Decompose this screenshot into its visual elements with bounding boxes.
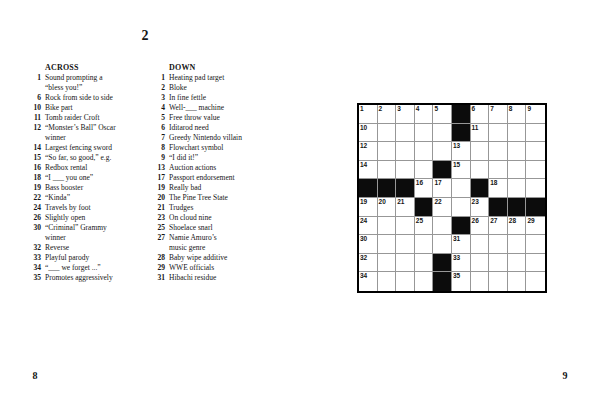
clue-number: 6 (28, 93, 45, 103)
clue-text: Slightly open (45, 213, 148, 223)
down-clue-3: 3In fine fettle (152, 93, 274, 103)
clue-text: “Kinda” (45, 193, 148, 203)
cell-number: 3 (397, 105, 401, 113)
clue-text: “I ___ you one” (45, 173, 148, 183)
cell-number: 11 (472, 124, 479, 132)
grid-cell[interactable] (526, 235, 545, 254)
clue-text: “So far, so good,” e.g. (45, 153, 148, 163)
grid-cell[interactable]: 16 (415, 179, 434, 198)
across-clue-11: 11Tomb raider Croft (28, 113, 148, 123)
cell-number: 26 (472, 217, 479, 225)
cell-number: 22 (434, 198, 441, 206)
across-clue-12: 12“Monster’s Ball” Oscarwinner (28, 123, 148, 143)
page-number-left: 8 (26, 370, 44, 381)
grid-cell[interactable] (526, 161, 545, 180)
grid-cell[interactable]: 14 (359, 161, 378, 180)
down-clue-7: 7Greedy Nintendo villain (152, 133, 274, 143)
grid-cell[interactable] (415, 124, 434, 143)
grid-cell-black (489, 198, 508, 217)
clue-text: Sound prompting a“bless you!” (45, 73, 148, 93)
grid-cell[interactable]: 9 (526, 105, 545, 124)
down-clue-17: 17Passport endorsement (152, 173, 274, 183)
clue-text: Reverse (45, 243, 148, 253)
grid-cell-black (359, 179, 378, 198)
cell-number: 7 (490, 105, 494, 113)
down-clue-25: 25Shoelace snarl (152, 223, 274, 233)
grid-cell[interactable] (433, 124, 452, 143)
down-clue-23: 23On cloud nine (152, 213, 274, 223)
grid-cell[interactable] (471, 161, 490, 180)
clue-number: 34 (28, 263, 45, 273)
down-clue-20: 20The Pine Tree State (152, 193, 274, 203)
grid-cell[interactable]: 5 (433, 105, 452, 124)
clue-text: Passport endorsement (169, 173, 274, 183)
clue-number: 30 (28, 223, 45, 243)
grid-cell-black (433, 254, 452, 273)
clue-number: 27 (152, 233, 169, 253)
clue-text: “___ we forget ...” (45, 263, 148, 273)
grid-cell[interactable] (508, 124, 527, 143)
clue-text: Free throw value (169, 113, 274, 123)
cell-number: 10 (360, 124, 367, 132)
grid-cell[interactable]: 28 (508, 217, 527, 236)
clue-number: 16 (28, 163, 45, 173)
down-clue-5: 5Free throw value (152, 113, 274, 123)
grid-cell[interactable] (396, 235, 415, 254)
clue-number: 19 (28, 183, 45, 193)
clue-number: 1 (28, 73, 45, 93)
clue-number: 8 (152, 143, 169, 153)
clue-number: 5 (152, 113, 169, 123)
grid-cell[interactable] (471, 235, 490, 254)
cell-number: 25 (416, 217, 423, 225)
clue-number: 10 (28, 103, 45, 113)
cell-number: 30 (360, 235, 367, 243)
grid-cell[interactable]: 18 (489, 179, 508, 198)
grid-cell[interactable]: 26 (471, 217, 490, 236)
grid-cell-black (526, 198, 545, 217)
clue-text: “Monster’s Ball” Oscarwinner (45, 123, 148, 143)
cell-number: 9 (527, 105, 531, 113)
clue-number: 13 (152, 163, 169, 173)
across-clue-35: 35Promotes aggressively (28, 273, 148, 283)
grid-cell[interactable]: 35 (452, 272, 471, 291)
clue-text: Iditarod need (169, 123, 274, 133)
cell-number: 23 (472, 198, 479, 206)
clue-text: Travels by foot (45, 203, 148, 213)
grid-cell[interactable] (378, 217, 397, 236)
cell-number: 6 (472, 105, 476, 113)
grid-cell[interactable]: 23 (471, 198, 490, 217)
grid-cell[interactable] (378, 235, 397, 254)
clue-text: Auction actions (169, 163, 274, 173)
across-clue-30: 30“Criminal” Grammywinner (28, 223, 148, 243)
clue-number: 22 (28, 193, 45, 203)
grid-cell-black (452, 124, 471, 143)
down-clue-28: 28Baby wipe additive (152, 253, 274, 263)
grid-cell[interactable] (396, 142, 415, 161)
clue-text: In fine fettle (169, 93, 274, 103)
across-clue-10: 10Bike part (28, 103, 148, 113)
grid-cell[interactable]: 15 (452, 161, 471, 180)
clue-text: Flowchart symbol (169, 143, 274, 153)
clue-number: 21 (152, 203, 169, 213)
grid-cell[interactable]: 20 (378, 198, 397, 217)
grid-cell[interactable]: 1 (359, 105, 378, 124)
grid-cell[interactable] (471, 272, 490, 291)
grid-cell[interactable]: 27 (489, 217, 508, 236)
across-clue-15: 15“So far, so good,” e.g. (28, 153, 148, 163)
clue-text: “Criminal” Grammywinner (45, 223, 148, 243)
down-clue-13: 13Auction actions (152, 163, 274, 173)
clue-number: 24 (28, 203, 45, 213)
down-clue-2: 2Bloke (152, 83, 274, 93)
clue-number: 15 (28, 153, 45, 163)
grid-cell[interactable] (508, 161, 527, 180)
clue-number: 19 (152, 183, 169, 193)
grid-cell[interactable]: 10 (359, 124, 378, 143)
clue-number: 29 (152, 263, 169, 273)
grid-cell[interactable] (508, 254, 527, 273)
clue-number: 2 (152, 83, 169, 93)
grid-cell[interactable] (526, 179, 545, 198)
cell-number: 19 (360, 198, 367, 206)
cell-number: 16 (416, 179, 423, 187)
clue-text: Hibachi residue (169, 273, 274, 283)
crossword-grid: 1234567891011121314151617181920212223242… (357, 103, 547, 293)
clue-text: Bass booster (45, 183, 148, 193)
clue-number: 12 (28, 123, 45, 143)
grid-cell[interactable]: 32 (359, 254, 378, 273)
cell-number: 5 (434, 105, 438, 113)
page-number-right: 9 (556, 370, 574, 381)
down-clues: 1Heating pad target2Bloke3In fine fettle… (152, 73, 274, 283)
grid-cell[interactable] (489, 124, 508, 143)
across-clue-1: 1Sound prompting a“bless you!” (28, 73, 148, 93)
clue-text: Tomb raider Croft (45, 113, 148, 123)
across-clue-33: 33Playful parody (28, 253, 148, 263)
cell-number: 21 (397, 198, 404, 206)
cell-number: 14 (360, 161, 367, 169)
cell-number: 17 (434, 179, 441, 187)
across-clue-list: ACROSS 1Sound prompting a“bless you!”6Ro… (28, 63, 148, 283)
grid-cell[interactable] (396, 161, 415, 180)
grid-cell[interactable] (508, 272, 527, 291)
grid-cell[interactable] (508, 142, 527, 161)
down-header: DOWN (169, 63, 274, 73)
cell-number: 8 (509, 105, 513, 113)
clue-text: Largest fencing sword (45, 143, 148, 153)
cell-number: 34 (360, 272, 367, 280)
cell-number: 4 (416, 105, 420, 113)
grid-cell[interactable]: 12 (359, 142, 378, 161)
grid-cell[interactable] (526, 124, 545, 143)
clue-text: Shoelace snarl (169, 223, 274, 233)
cell-number: 2 (379, 105, 383, 113)
puzzle-number: 2 (132, 28, 158, 44)
grid-cell[interactable] (489, 161, 508, 180)
down-clue-list: DOWN 1Heating pad target2Bloke3In fine f… (152, 63, 274, 283)
grid-cell[interactable] (396, 272, 415, 291)
clue-text: On cloud nine (169, 213, 274, 223)
across-clue-16: 16Redbox rental (28, 163, 148, 173)
grid-cell[interactable] (415, 254, 434, 273)
clue-number: 20 (152, 193, 169, 203)
grid-cell[interactable]: 29 (526, 217, 545, 236)
grid-cell[interactable] (378, 254, 397, 273)
down-clue-31: 31Hibachi residue (152, 273, 274, 283)
grid-cell[interactable]: 4 (415, 105, 434, 124)
grid-cell[interactable]: 25 (415, 217, 434, 236)
grid-cell[interactable] (433, 142, 452, 161)
cell-number: 13 (453, 142, 460, 150)
grid-cell[interactable]: 11 (471, 124, 490, 143)
clue-number: 25 (152, 223, 169, 233)
grid-cell[interactable] (489, 235, 508, 254)
grid-cell-black (415, 198, 434, 217)
clue-text: Promotes aggressively (45, 273, 148, 283)
clue-number: 6 (152, 123, 169, 133)
across-clues: 1Sound prompting a“bless you!”6Rock from… (28, 73, 148, 283)
grid-cell[interactable]: 30 (359, 235, 378, 254)
cell-number: 33 (453, 254, 460, 262)
cell-number: 12 (360, 142, 367, 150)
cell-number: 35 (453, 272, 460, 280)
grid-cell[interactable]: 24 (359, 217, 378, 236)
clue-number: 28 (152, 253, 169, 263)
cell-number: 32 (360, 254, 367, 262)
across-clue-22: 22“Kinda” (28, 193, 148, 203)
clue-number: 31 (152, 273, 169, 283)
down-clue-9: 9“I did it!” (152, 153, 274, 163)
grid-cell[interactable]: 31 (452, 235, 471, 254)
grid-cell[interactable]: 13 (452, 142, 471, 161)
clue-text: Rock from side to side (45, 93, 148, 103)
down-clue-1: 1Heating pad target (152, 73, 274, 83)
across-clue-26: 26Slightly open (28, 213, 148, 223)
grid-cell-black (433, 272, 452, 291)
grid-cell[interactable] (526, 254, 545, 273)
grid-cell[interactable]: 2 (378, 105, 397, 124)
grid-cell-black (433, 161, 452, 180)
grid-cell[interactable]: 19 (359, 198, 378, 217)
grid-cell[interactable]: 3 (396, 105, 415, 124)
clue-number: 3 (152, 93, 169, 103)
clue-text: Namie Amuro’smusic genre (169, 233, 274, 253)
grid-cell[interactable]: 33 (452, 254, 471, 273)
grid-cell[interactable] (378, 124, 397, 143)
down-clue-4: 4Well-___ machine (152, 103, 274, 113)
grid-cell[interactable] (433, 217, 452, 236)
grid-cell[interactable] (452, 198, 471, 217)
grid-cell[interactable] (415, 272, 434, 291)
grid-cell[interactable] (526, 272, 545, 291)
cell-number: 24 (360, 217, 367, 225)
across-header: ACROSS (45, 63, 148, 73)
grid-cell[interactable] (396, 254, 415, 273)
cell-number: 18 (490, 179, 497, 187)
grid-cell[interactable]: 21 (396, 198, 415, 217)
down-clue-6: 6Iditarod need (152, 123, 274, 133)
down-clue-27: 27Namie Amuro’smusic genre (152, 233, 274, 253)
clue-text: Redbox rental (45, 163, 148, 173)
clue-text: Well-___ machine (169, 103, 274, 113)
cell-number: 20 (379, 198, 386, 206)
clue-text: Bloke (169, 83, 274, 93)
grid-cell[interactable] (489, 272, 508, 291)
grid-cell[interactable] (526, 142, 545, 161)
clue-number: 9 (152, 153, 169, 163)
grid-cell[interactable]: 8 (508, 105, 527, 124)
clue-text: WWE officials (169, 263, 274, 273)
clue-text: Really bad (169, 183, 274, 193)
grid-cell-black (452, 217, 471, 236)
grid-cell-black (396, 179, 415, 198)
clue-number: 14 (28, 143, 45, 153)
grid-cell-black (471, 179, 490, 198)
grid-cell[interactable] (378, 161, 397, 180)
grid-cell[interactable] (471, 254, 490, 273)
grid-cell-black (452, 105, 471, 124)
clue-number: 26 (28, 213, 45, 223)
clue-text: Greedy Nintendo villain (169, 133, 274, 143)
grid-cell[interactable]: 34 (359, 272, 378, 291)
down-clue-19: 19Really bad (152, 183, 274, 193)
clue-text: Baby wipe additive (169, 253, 274, 263)
clue-number: 33 (28, 253, 45, 263)
cell-number: 29 (527, 217, 534, 225)
across-clue-24: 24Travels by foot (28, 203, 148, 213)
clue-number: 1 (152, 73, 169, 83)
grid-cell[interactable] (415, 142, 434, 161)
clue-number: 7 (152, 133, 169, 143)
grid-cell[interactable] (508, 235, 527, 254)
clue-number: 17 (152, 173, 169, 183)
across-clue-18: 18“I ___ you one” (28, 173, 148, 183)
grid-cell[interactable] (378, 142, 397, 161)
grid-cell[interactable] (396, 124, 415, 143)
grid-cell[interactable] (433, 235, 452, 254)
clue-text: “I did it!” (169, 153, 274, 163)
clue-number: 11 (28, 113, 45, 123)
clue-number: 23 (152, 213, 169, 223)
grid-cell-black (508, 198, 527, 217)
down-clue-21: 21Trudges (152, 203, 274, 213)
grid-cell[interactable] (415, 235, 434, 254)
across-clue-32: 32Reverse (28, 243, 148, 253)
grid-cell[interactable] (471, 142, 490, 161)
grid-cell[interactable]: 17 (433, 179, 452, 198)
cell-number: 1 (360, 105, 364, 113)
grid-cell[interactable] (452, 179, 471, 198)
grid-cell[interactable] (396, 217, 415, 236)
grid-cell[interactable] (489, 142, 508, 161)
clue-text: Bike part (45, 103, 148, 113)
across-clue-19: 19Bass booster (28, 183, 148, 193)
across-clue-6: 6Rock from side to side (28, 93, 148, 103)
cell-number: 31 (453, 235, 460, 243)
clue-text: The Pine Tree State (169, 193, 274, 203)
grid-cell[interactable] (378, 272, 397, 291)
clue-text: Trudges (169, 203, 274, 213)
grid-cell[interactable]: 6 (471, 105, 490, 124)
clue-number: 18 (28, 173, 45, 183)
clue-number: 4 (152, 103, 169, 113)
clue-number: 32 (28, 243, 45, 253)
grid-cell-black (378, 179, 397, 198)
cell-number: 15 (453, 161, 460, 169)
grid-cell[interactable] (489, 254, 508, 273)
cell-number: 27 (490, 217, 497, 225)
grid-cell[interactable]: 7 (489, 105, 508, 124)
down-clue-8: 8Flowchart symbol (152, 143, 274, 153)
clue-text: Heating pad target (169, 73, 274, 83)
across-clue-34: 34“___ we forget ...” (28, 263, 148, 273)
cell-number: 28 (509, 217, 516, 225)
clue-text: Playful parody (45, 253, 148, 263)
grid-cell[interactable] (508, 179, 527, 198)
grid-cell[interactable] (415, 161, 434, 180)
grid-cell[interactable]: 22 (433, 198, 452, 217)
down-clue-29: 29WWE officials (152, 263, 274, 273)
across-clue-14: 14Largest fencing sword (28, 143, 148, 153)
clue-number: 35 (28, 273, 45, 283)
